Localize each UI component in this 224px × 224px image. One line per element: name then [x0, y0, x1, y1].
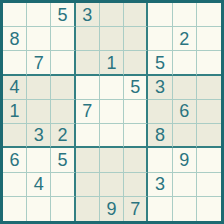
cell-r1c5[interactable]: [100, 3, 124, 27]
cell-r9c1[interactable]: [3, 197, 27, 221]
given-digit: 6: [10, 151, 20, 169]
cell-r6c6[interactable]: [124, 124, 148, 148]
given-digit: 1: [10, 102, 20, 120]
cell-r6c4[interactable]: [76, 124, 100, 148]
cell-r9c9[interactable]: [197, 197, 221, 221]
cell-r7c1[interactable]: 6: [3, 148, 27, 172]
cell-r4c5[interactable]: [100, 76, 124, 100]
cell-r6c5[interactable]: [100, 124, 124, 148]
given-digit: 9: [179, 151, 189, 169]
cell-r2c3[interactable]: [51, 27, 75, 51]
given-digit: 5: [155, 54, 165, 72]
cell-r1c9[interactable]: [197, 3, 221, 27]
given-digit: 2: [179, 30, 189, 48]
cell-r4c1[interactable]: 4: [3, 76, 27, 100]
cell-r4c9[interactable]: [197, 76, 221, 100]
cell-r4c2[interactable]: [27, 76, 51, 100]
given-digit: 8: [155, 126, 165, 144]
cell-r3c7[interactable]: 5: [148, 51, 172, 75]
cell-r7c4[interactable]: [76, 148, 100, 172]
cell-r7c5[interactable]: [100, 148, 124, 172]
cell-r4c7[interactable]: 3: [148, 76, 172, 100]
cell-r6c1[interactable]: [3, 124, 27, 148]
cell-r7c6[interactable]: [124, 148, 148, 172]
cell-r5c3[interactable]: [51, 100, 75, 124]
cell-r6c8[interactable]: [173, 124, 197, 148]
cell-r4c3[interactable]: [51, 76, 75, 100]
cell-r2c9[interactable]: [197, 27, 221, 51]
cell-r1c3[interactable]: 5: [51, 3, 75, 27]
cell-r5c7[interactable]: [148, 100, 172, 124]
cell-r8c5[interactable]: [100, 173, 124, 197]
given-digit: 4: [34, 175, 44, 193]
cell-r5c2[interactable]: [27, 100, 51, 124]
cell-r9c2[interactable]: [27, 197, 51, 221]
cell-r6c2[interactable]: 3: [27, 124, 51, 148]
cell-r8c8[interactable]: [173, 173, 197, 197]
cell-r5c9[interactable]: [197, 100, 221, 124]
given-digit: 4: [10, 78, 20, 96]
given-digit: 5: [58, 151, 68, 169]
cell-r1c4[interactable]: 3: [76, 3, 100, 27]
cell-r4c6[interactable]: 5: [124, 76, 148, 100]
cell-r3c6[interactable]: [124, 51, 148, 75]
cell-r1c7[interactable]: [148, 3, 172, 27]
cell-r3c5[interactable]: 1: [100, 51, 124, 75]
cell-r2c8[interactable]: 2: [173, 27, 197, 51]
cell-r3c2[interactable]: 7: [27, 51, 51, 75]
cell-r6c3[interactable]: 2: [51, 124, 75, 148]
cell-r2c2[interactable]: [27, 27, 51, 51]
given-digit: 8: [10, 30, 20, 48]
cell-r4c8[interactable]: [173, 76, 197, 100]
given-digit: 9: [106, 200, 116, 218]
given-digit: 2: [58, 126, 68, 144]
cell-r9c8[interactable]: [173, 197, 197, 221]
cell-r3c1[interactable]: [3, 51, 27, 75]
cell-r5c6[interactable]: [124, 100, 148, 124]
cell-r2c1[interactable]: 8: [3, 27, 27, 51]
given-digit: 7: [34, 54, 44, 72]
cell-r6c9[interactable]: [197, 124, 221, 148]
cell-r8c7[interactable]: 3: [148, 173, 172, 197]
given-digit: 5: [130, 78, 140, 96]
cell-r7c8[interactable]: 9: [173, 148, 197, 172]
cell-r9c7[interactable]: [148, 197, 172, 221]
cell-r7c7[interactable]: [148, 148, 172, 172]
cell-r8c3[interactable]: [51, 173, 75, 197]
cell-r5c1[interactable]: 1: [3, 100, 27, 124]
cell-r7c9[interactable]: [197, 148, 221, 172]
cell-r2c7[interactable]: [148, 27, 172, 51]
cell-r6c7[interactable]: 8: [148, 124, 172, 148]
cell-r8c4[interactable]: [76, 173, 100, 197]
cell-r1c2[interactable]: [27, 3, 51, 27]
cell-r9c4[interactable]: [76, 197, 100, 221]
given-digit: 6: [179, 102, 189, 120]
cell-r1c6[interactable]: [124, 3, 148, 27]
given-digit: 5: [58, 6, 68, 24]
cell-r9c3[interactable]: [51, 197, 75, 221]
cell-r4c4[interactable]: [76, 76, 100, 100]
cell-r8c1[interactable]: [3, 173, 27, 197]
cell-r1c8[interactable]: [173, 3, 197, 27]
sudoku-board: 53827154531763286594397: [0, 0, 224, 224]
given-digit: 7: [130, 200, 140, 218]
given-digit: 3: [155, 78, 165, 96]
cell-r8c2[interactable]: 4: [27, 173, 51, 197]
cell-r8c9[interactable]: [197, 173, 221, 197]
cell-r2c4[interactable]: [76, 27, 100, 51]
cell-r9c6[interactable]: 7: [124, 197, 148, 221]
given-digit: 7: [82, 102, 92, 120]
cell-r3c9[interactable]: [197, 51, 221, 75]
cell-r2c5[interactable]: [100, 27, 124, 51]
cell-r2c6[interactable]: [124, 27, 148, 51]
cell-r5c8[interactable]: 6: [173, 100, 197, 124]
given-digit: 3: [155, 175, 165, 193]
cell-r3c8[interactable]: [173, 51, 197, 75]
given-digit: 1: [106, 54, 116, 72]
cell-r9c5[interactable]: 9: [100, 197, 124, 221]
given-digit: 3: [34, 126, 44, 144]
cell-r3c4[interactable]: [76, 51, 100, 75]
cell-r8c6[interactable]: [124, 173, 148, 197]
cell-r3c3[interactable]: [51, 51, 75, 75]
cell-r7c2[interactable]: [27, 148, 51, 172]
cell-r7c3[interactable]: 5: [51, 148, 75, 172]
cell-r5c4[interactable]: 7: [76, 100, 100, 124]
given-digit: 3: [82, 6, 92, 24]
cell-r1c1[interactable]: [3, 3, 27, 27]
cell-r5c5[interactable]: [100, 100, 124, 124]
